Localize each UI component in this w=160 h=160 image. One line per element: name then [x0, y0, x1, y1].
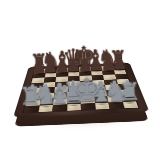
product-photo-canvas: ♜♞♝♛♚♝♞♜♟♟♟♟♟♟♟♟♟♟♟♟♟♟♟♟♜♞♝♛♚♝♞♜ — [0, 0, 160, 160]
chess-board: ♜♞♝♛♚♝♞♜♟♟♟♟♟♟♟♟♟♟♟♟♟♟♟♟♜♞♝♛♚♝♞♜ — [13, 63, 149, 118]
piece-white-rook: ♜ — [121, 98, 137, 105]
piece-black-pawn: ♟ — [113, 68, 126, 73]
piece-glyph: ♟ — [111, 54, 128, 72]
piece-glyph: ♜ — [118, 80, 141, 106]
perspective-scene: ♜♞♝♛♚♝♞♜♟♟♟♟♟♟♟♟♟♟♟♟♟♟♟♟♜♞♝♛♚♝♞♜ — [17, 23, 142, 148]
pieces-layer: ♜♞♝♛♚♝♞♜♟♟♟♟♟♟♟♟♟♟♟♟♟♟♟♟♜♞♝♛♚♝♞♜ — [24, 65, 139, 112]
photo-tilt-wrapper: ♜♞♝♛♚♝♞♜♟♟♟♟♟♟♟♟♟♟♟♟♟♟♟♟♜♞♝♛♚♝♞♜ — [17, 23, 142, 148]
